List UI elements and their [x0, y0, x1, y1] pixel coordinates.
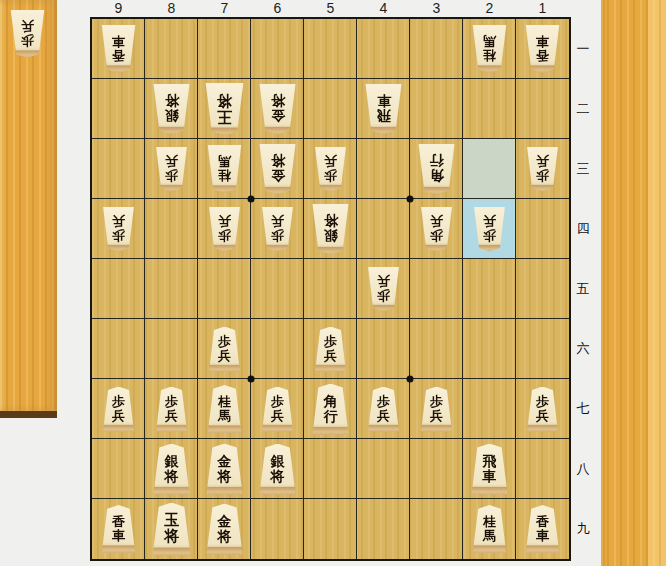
file-label-6: 6	[251, 0, 304, 17]
rank-label-5: 五	[574, 259, 592, 319]
square-23[interactable]	[463, 139, 516, 199]
sente-hand-tray	[601, 0, 666, 566]
piece-kanji: 桂馬	[218, 155, 231, 182]
piece-kanji: 歩兵	[483, 215, 496, 242]
piece-kanji: 銀将	[271, 454, 285, 483]
piece-kanji: 歩兵	[218, 335, 231, 362]
piece-kanji: 金将	[218, 514, 232, 543]
square-71[interactable]	[198, 19, 251, 79]
square-85[interactable]	[145, 259, 198, 319]
piece-kanji: 香車	[112, 515, 125, 542]
rank-label-7: 七	[574, 379, 592, 439]
gote-hand-pieces: 歩兵	[8, 10, 47, 64]
piece-kanji: 歩兵	[21, 20, 34, 47]
piece-kanji: 銀将	[165, 454, 179, 483]
shogi-game-screen: 歩兵 987654321 香車桂馬香車銀将王将金将飛車歩兵桂馬金将歩兵角行歩兵歩…	[0, 0, 666, 566]
piece-gote-pawn[interactable]: 歩兵	[8, 10, 47, 58]
piece-kanji: 歩兵	[271, 395, 284, 422]
square-43[interactable]	[357, 139, 410, 199]
square-52[interactable]	[304, 79, 357, 139]
square-14[interactable]	[516, 199, 569, 259]
file-label-9: 9	[92, 0, 145, 17]
piece-kanji: 桂馬	[483, 35, 496, 62]
piece-kanji: 歩兵	[271, 215, 284, 242]
square-18[interactable]	[516, 439, 569, 499]
piece-kanji: 金将	[218, 454, 232, 483]
square-12[interactable]	[516, 79, 569, 139]
piece-kanji: 歩兵	[324, 335, 337, 362]
rank-labels: 一二三四五六七八九	[574, 19, 592, 559]
piece-kanji: 桂馬	[483, 515, 496, 542]
square-25[interactable]	[463, 259, 516, 319]
square-15[interactable]	[516, 259, 569, 319]
square-69[interactable]	[251, 499, 304, 559]
square-59[interactable]	[304, 499, 357, 559]
square-27[interactable]	[463, 379, 516, 439]
square-35[interactable]	[410, 259, 463, 319]
square-41[interactable]	[357, 19, 410, 79]
square-66[interactable]	[251, 319, 304, 379]
piece-kanji: 歩兵	[536, 395, 549, 422]
piece-kanji: 王将	[217, 93, 232, 124]
square-58[interactable]	[304, 439, 357, 499]
piece-kanji: 歩兵	[536, 155, 549, 182]
rank-label-3: 三	[574, 139, 592, 199]
square-39[interactable]	[410, 499, 463, 559]
square-81[interactable]	[145, 19, 198, 79]
piece-kanji: 歩兵	[377, 395, 390, 422]
piece-kanji: 歩兵	[377, 275, 390, 302]
square-75[interactable]	[198, 259, 251, 319]
piece-kanji: 銀将	[165, 94, 179, 123]
square-61[interactable]	[251, 19, 304, 79]
rank-label-8: 八	[574, 439, 592, 499]
square-32[interactable]	[410, 79, 463, 139]
piece-kanji: 歩兵	[430, 395, 443, 422]
square-65[interactable]	[251, 259, 304, 319]
piece-kanji: 歩兵	[324, 155, 337, 182]
square-48[interactable]	[357, 439, 410, 499]
square-55[interactable]	[304, 259, 357, 319]
piece-kanji: 香車	[536, 35, 549, 62]
file-label-4: 4	[357, 0, 410, 17]
square-36[interactable]	[410, 319, 463, 379]
rank-label-4: 四	[574, 199, 592, 259]
square-16[interactable]	[516, 319, 569, 379]
file-label-5: 5	[304, 0, 357, 17]
rank-label-2: 二	[574, 79, 592, 139]
square-31[interactable]	[410, 19, 463, 79]
square-46[interactable]	[357, 319, 410, 379]
piece-kanji: 角行	[324, 394, 338, 423]
piece-kanji: 飛車	[377, 94, 391, 123]
piece-kanji: 歩兵	[165, 395, 178, 422]
square-22[interactable]	[463, 79, 516, 139]
square-95[interactable]	[92, 259, 145, 319]
square-98[interactable]	[92, 439, 145, 499]
square-92[interactable]	[92, 79, 145, 139]
piece-kanji: 銀将	[324, 214, 338, 243]
file-label-2: 2	[463, 0, 516, 17]
square-26[interactable]	[463, 319, 516, 379]
piece-kanji: 香車	[112, 35, 125, 62]
rank-label-1: 一	[574, 19, 592, 79]
file-labels: 987654321	[90, 0, 571, 17]
piece-kanji: 角行	[430, 154, 444, 183]
piece-kanji: 歩兵	[165, 155, 178, 182]
square-96[interactable]	[92, 319, 145, 379]
square-86[interactable]	[145, 319, 198, 379]
piece-kanji: 歩兵	[112, 215, 125, 242]
rank-label-9: 九	[574, 499, 592, 559]
shogi-board: 香車桂馬香車銀将王将金将飛車歩兵桂馬金将歩兵角行歩兵歩兵歩兵歩兵銀将歩兵歩兵歩兵…	[90, 17, 571, 561]
piece-kanji: 歩兵	[218, 215, 231, 242]
square-44[interactable]	[357, 199, 410, 259]
piece-kanji: 歩兵	[430, 215, 443, 242]
file-label-1: 1	[516, 0, 569, 17]
piece-kanji: 桂馬	[218, 395, 231, 422]
square-38[interactable]	[410, 439, 463, 499]
square-93[interactable]	[92, 139, 145, 199]
piece-kanji: 金将	[271, 154, 285, 183]
file-label-3: 3	[410, 0, 463, 17]
square-51[interactable]	[304, 19, 357, 79]
file-label-8: 8	[145, 0, 198, 17]
square-84[interactable]	[145, 199, 198, 259]
piece-kanji: 玉将	[164, 513, 179, 544]
square-49[interactable]	[357, 499, 410, 559]
rank-label-6: 六	[574, 319, 592, 379]
piece-kanji: 香車	[536, 515, 549, 542]
file-label-7: 7	[198, 0, 251, 17]
piece-kanji: 金将	[271, 94, 285, 123]
piece-kanji: 歩兵	[112, 395, 125, 422]
gote-hand-tray: 歩兵	[0, 0, 57, 418]
piece-kanji: 飛車	[483, 454, 497, 483]
